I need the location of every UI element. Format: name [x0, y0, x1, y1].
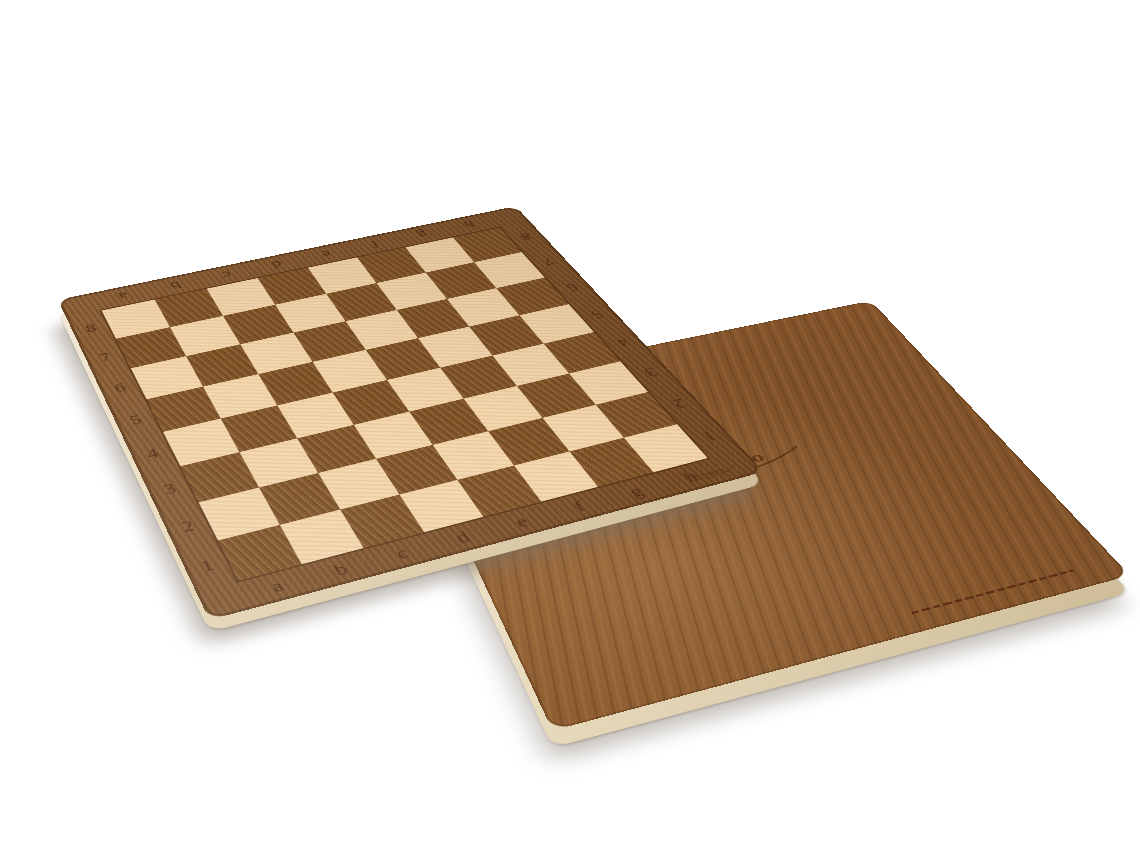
border-logo-name-text: cayro: [699, 466, 725, 477]
product-photo-scene: by cayro abcdefgh abcdefgh 87654321 8765…: [0, 0, 1140, 855]
border-logo-by-text: by: [694, 473, 701, 477]
board-front-group: abcdefgh abcdefgh 87654321 87654321 by c…: [117, 110, 657, 650]
